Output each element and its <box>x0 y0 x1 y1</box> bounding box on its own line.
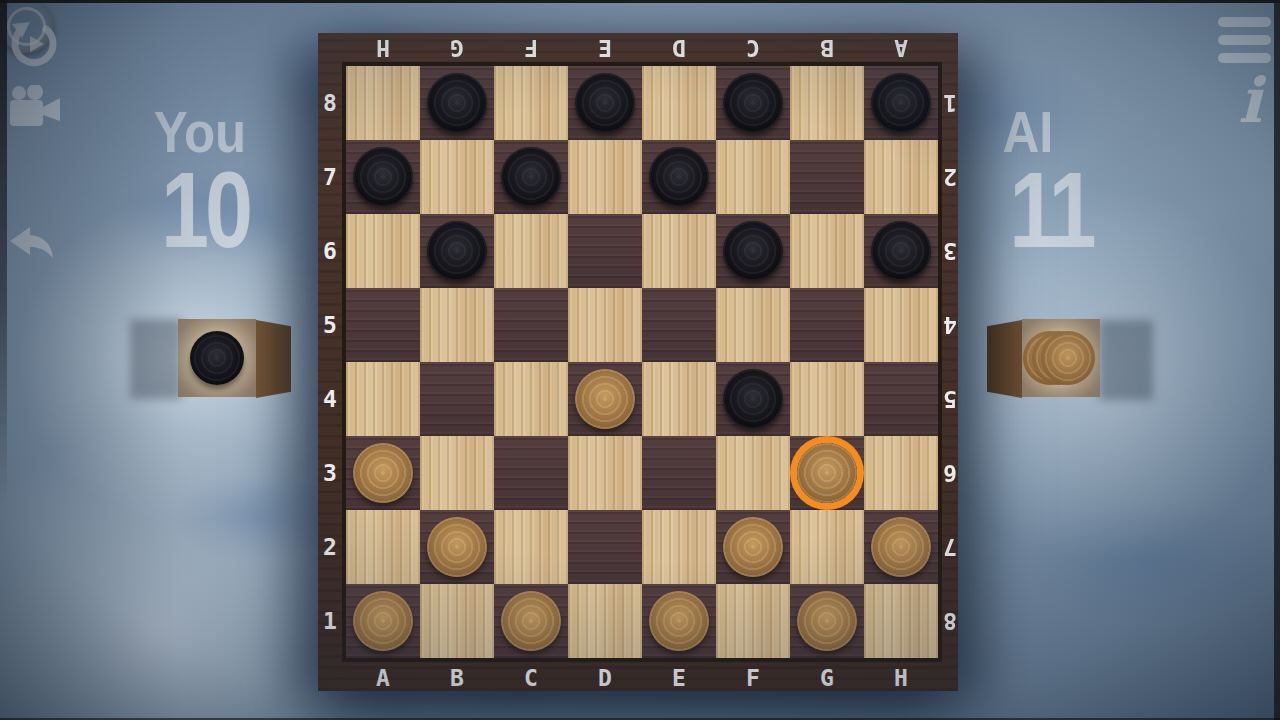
tray-side <box>256 320 291 398</box>
file-bottom-label-E: E <box>642 667 716 690</box>
file-top-label-B: B <box>790 36 864 59</box>
square-G1[interactable] <box>790 584 864 658</box>
square-F4[interactable] <box>716 362 790 436</box>
square-D7[interactable] <box>568 140 642 214</box>
menu-bar <box>1218 53 1271 63</box>
square-C3[interactable] <box>494 436 568 510</box>
square-G3[interactable] <box>790 436 864 510</box>
square-A3[interactable] <box>346 436 420 510</box>
file-labels-bottom: ABCDEFGH <box>346 666 938 691</box>
square-A5[interactable] <box>346 288 420 362</box>
black-piece-H6[interactable] <box>871 221 931 281</box>
brown-piece-A3[interactable] <box>353 443 413 503</box>
game-screen: You 10 AI 11 i HGFEDCBA ABCDEFGH 8765432… <box>0 0 1280 720</box>
brown-piece-F2[interactable] <box>723 517 783 577</box>
square-G5[interactable] <box>790 288 864 362</box>
square-E8[interactable] <box>642 66 716 140</box>
menu-bar <box>1218 17 1271 27</box>
square-H3[interactable] <box>864 436 938 510</box>
file-bottom-label-F: F <box>716 667 790 690</box>
info-icon[interactable]: i <box>1228 68 1272 134</box>
rank-right-label-2: 2 <box>942 140 958 214</box>
square-C1[interactable] <box>494 584 568 658</box>
ai-score: 11 <box>991 156 1111 264</box>
square-C4[interactable] <box>494 362 568 436</box>
square-G7[interactable] <box>790 140 864 214</box>
brown-piece-C1[interactable] <box>501 591 561 651</box>
captured-tray-right <box>985 315 1155 405</box>
square-B5[interactable] <box>420 288 494 362</box>
square-C5[interactable] <box>494 288 568 362</box>
file-top-label-G: G <box>420 36 494 59</box>
brown-piece-G3[interactable] <box>797 443 857 503</box>
rank-left-label-6: 6 <box>318 214 342 288</box>
square-F3[interactable] <box>716 436 790 510</box>
tray-shadow <box>130 319 182 399</box>
square-F8[interactable] <box>716 66 790 140</box>
square-G6[interactable] <box>790 214 864 288</box>
square-E3[interactable] <box>642 436 716 510</box>
tray-face <box>1022 319 1100 397</box>
square-E6[interactable] <box>642 214 716 288</box>
square-A8[interactable] <box>346 66 420 140</box>
black-piece-D8[interactable] <box>575 73 635 133</box>
square-F5[interactable] <box>716 288 790 362</box>
square-D8[interactable] <box>568 66 642 140</box>
file-bottom-label-C: C <box>494 667 568 690</box>
square-D5[interactable] <box>568 288 642 362</box>
square-C2[interactable] <box>494 510 568 584</box>
square-F6[interactable] <box>716 214 790 288</box>
square-B7[interactable] <box>420 140 494 214</box>
black-piece-F8[interactable] <box>723 73 783 133</box>
tray-shadow <box>1099 320 1153 400</box>
square-E4[interactable] <box>642 362 716 436</box>
brown-piece-A1[interactable] <box>353 591 413 651</box>
screen-edge-right <box>1274 0 1280 720</box>
black-piece-F4[interactable] <box>723 369 783 429</box>
square-B8[interactable] <box>420 66 494 140</box>
tray-side <box>987 320 1022 398</box>
square-D6[interactable] <box>568 214 642 288</box>
file-bottom-label-D: D <box>568 667 642 690</box>
file-top-label-E: E <box>568 36 642 59</box>
coin-ring <box>7 7 46 46</box>
rank-labels-left: 87654321 <box>318 66 342 658</box>
screen-edge-top <box>0 0 1280 3</box>
square-E5[interactable] <box>642 288 716 362</box>
file-bottom-label-A: A <box>346 667 420 690</box>
rank-left-label-2: 2 <box>318 510 342 584</box>
black-piece-B6[interactable] <box>427 221 487 281</box>
rank-left-label-1: 1 <box>318 584 342 658</box>
black-piece-E7[interactable] <box>649 147 709 207</box>
brown-piece-B2[interactable] <box>427 517 487 577</box>
file-labels-top: HGFEDCBA <box>346 33 938 62</box>
board-inner-border <box>342 62 942 662</box>
rank-right-label-8: 8 <box>942 584 958 658</box>
square-A2[interactable] <box>346 510 420 584</box>
tray-brown-piece <box>1041 331 1095 385</box>
rank-labels-right: 12345678 <box>942 66 958 658</box>
menu-bar <box>1218 35 1271 45</box>
square-C6[interactable] <box>494 214 568 288</box>
brown-piece-H2[interactable] <box>871 517 931 577</box>
captured-tray-left <box>130 315 300 405</box>
undo-icon[interactable] <box>8 226 58 266</box>
player-score: 10 <box>145 156 265 264</box>
file-top-label-H: H <box>346 36 420 59</box>
square-H1[interactable] <box>864 584 938 658</box>
file-bottom-label-G: G <box>790 667 864 690</box>
square-H2[interactable] <box>864 510 938 584</box>
file-bottom-label-H: H <box>864 667 938 690</box>
square-F7[interactable] <box>716 140 790 214</box>
square-H6[interactable] <box>864 214 938 288</box>
file-bottom-label-B: B <box>420 667 494 690</box>
brown-piece-E1[interactable] <box>649 591 709 651</box>
square-E7[interactable] <box>642 140 716 214</box>
square-G4[interactable] <box>790 362 864 436</box>
rank-left-label-4: 4 <box>318 362 342 436</box>
square-C7[interactable] <box>494 140 568 214</box>
square-C8[interactable] <box>494 66 568 140</box>
square-H7[interactable] <box>864 140 938 214</box>
black-piece-F6[interactable] <box>723 221 783 281</box>
rank-left-label-8: 8 <box>318 66 342 140</box>
square-E2[interactable] <box>642 510 716 584</box>
rank-left-label-3: 3 <box>318 436 342 510</box>
square-G8[interactable] <box>790 66 864 140</box>
square-H5[interactable] <box>864 288 938 362</box>
rank-right-label-4: 4 <box>942 288 958 362</box>
file-top-label-A: A <box>864 36 938 59</box>
black-piece-B8[interactable] <box>427 73 487 133</box>
file-top-label-D: D <box>642 36 716 59</box>
square-A7[interactable] <box>346 140 420 214</box>
brown-piece-G1[interactable] <box>797 591 857 651</box>
square-B6[interactable] <box>420 214 494 288</box>
square-E1[interactable] <box>642 584 716 658</box>
rank-left-label-7: 7 <box>318 140 342 214</box>
square-H4[interactable] <box>864 362 938 436</box>
square-B1[interactable] <box>420 584 494 658</box>
square-A1[interactable] <box>346 584 420 658</box>
checkers-board: HGFEDCBA ABCDEFGH 87654321 12345678 <box>318 33 958 691</box>
rank-right-label-1: 1 <box>942 66 958 140</box>
square-D2[interactable] <box>568 510 642 584</box>
square-D1[interactable] <box>568 584 642 658</box>
rank-right-label-3: 3 <box>942 214 958 288</box>
square-B4[interactable] <box>420 362 494 436</box>
square-D4[interactable] <box>568 362 642 436</box>
square-B3[interactable] <box>420 436 494 510</box>
black-piece-H8[interactable] <box>871 73 931 133</box>
square-F1[interactable] <box>716 584 790 658</box>
square-H8[interactable] <box>864 66 938 140</box>
brown-piece-D4[interactable] <box>575 369 635 429</box>
tray-black-piece <box>190 331 244 385</box>
square-B2[interactable] <box>420 510 494 584</box>
file-top-label-C: C <box>716 36 790 59</box>
rank-right-label-7: 7 <box>942 510 958 584</box>
square-A6[interactable] <box>346 214 420 288</box>
board-grid <box>346 66 938 658</box>
rank-right-label-5: 5 <box>942 362 958 436</box>
file-top-label-F: F <box>494 36 568 59</box>
black-piece-A7[interactable] <box>353 147 413 207</box>
hamburger-menu-icon[interactable] <box>1218 17 1271 63</box>
video-camera-icon[interactable] <box>8 85 62 131</box>
screen-edge-left <box>0 0 7 720</box>
square-G2[interactable] <box>790 510 864 584</box>
square-D3[interactable] <box>568 436 642 510</box>
square-F2[interactable] <box>716 510 790 584</box>
rank-right-label-6: 6 <box>942 436 958 510</box>
square-A4[interactable] <box>346 362 420 436</box>
rank-left-label-5: 5 <box>318 288 342 362</box>
tray-face <box>178 319 256 397</box>
black-piece-C7[interactable] <box>501 147 561 207</box>
